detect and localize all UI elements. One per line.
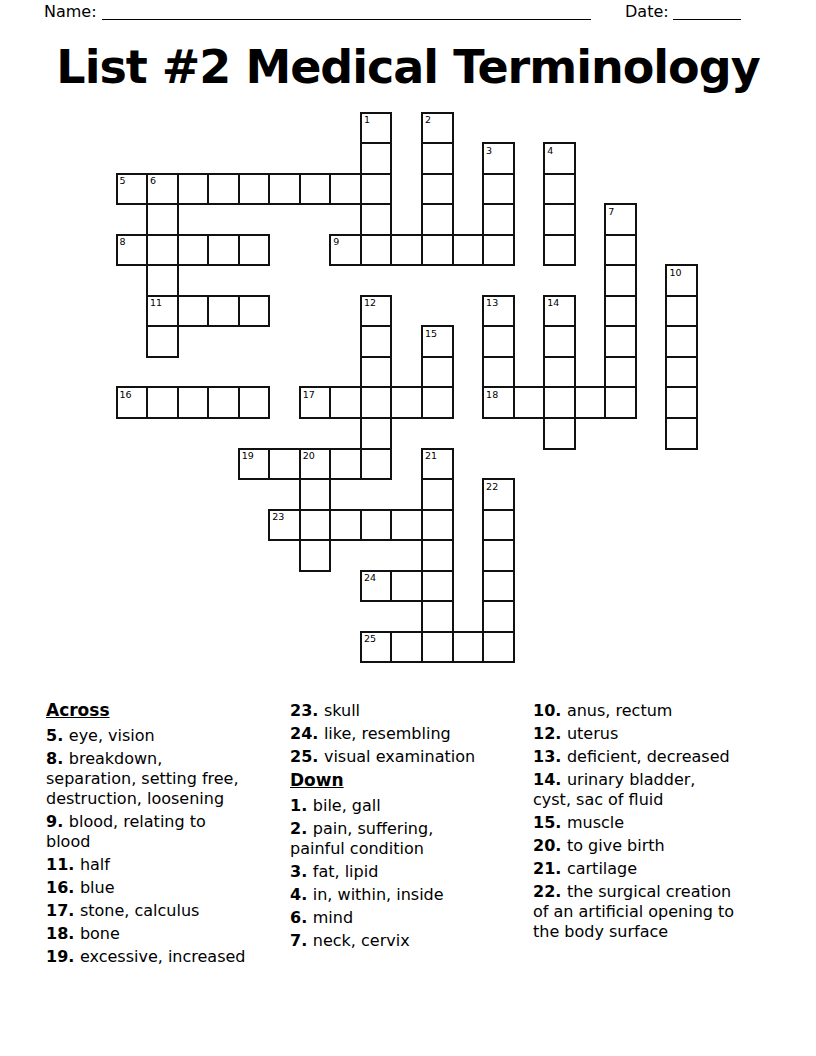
clue-across-19: 19. excessive, increased	[46, 947, 246, 967]
grid-cell-r17c12[interactable]	[482, 631, 515, 664]
clue-line: 11. half	[46, 855, 246, 875]
grid-cell-r9c6[interactable]: 17	[299, 386, 332, 419]
cell-number-14: 14	[547, 297, 559, 308]
clue-number: 3.	[290, 862, 313, 881]
clue-number: 24.	[290, 724, 324, 743]
clue-line: the body surface	[533, 922, 734, 942]
clue-number: 13.	[533, 747, 567, 766]
grid-cell-r11c6[interactable]: 20	[299, 448, 332, 481]
clue-line: 1. bile, gall	[290, 796, 475, 816]
clue-line: 7. neck, cervix	[290, 931, 475, 951]
clue-number: 17.	[46, 901, 80, 920]
clue-down-14: 14. urinary bladder,cyst, sac of fluid	[533, 770, 734, 810]
clue-across-17: 17. stone, calculus	[46, 901, 246, 921]
clue-column-1: Across5. eye, vision8. breakdown,separat…	[46, 700, 246, 970]
clue-number: 1.	[290, 796, 313, 815]
clue-number: 25.	[290, 747, 324, 766]
cell-number-10: 10	[669, 267, 681, 278]
grid-cell-r1c8[interactable]	[360, 142, 393, 175]
grid-cell-r9c1[interactable]	[146, 386, 179, 419]
clue-number: 10.	[533, 701, 567, 720]
cell-number-1: 1	[364, 114, 370, 125]
grid-cell-r15c10[interactable]	[421, 570, 454, 603]
clue-across-24: 24. like, resembling	[290, 724, 475, 744]
grid-cell-r6c16[interactable]	[604, 295, 637, 328]
grid-cell-r3c1[interactable]	[146, 203, 179, 236]
clue-number: 21.	[533, 859, 567, 878]
grid-cell-r2c10[interactable]	[421, 173, 454, 206]
grid-cell-r13c10[interactable]	[421, 509, 454, 542]
clue-across-16: 16. blue	[46, 878, 246, 898]
grid-cell-r6c4[interactable]	[238, 295, 271, 328]
cell-number-3: 3	[486, 145, 492, 156]
grid-cell-r8c16[interactable]	[604, 356, 637, 389]
clue-number: 16.	[46, 878, 80, 897]
grid-cell-r7c12[interactable]	[482, 325, 515, 358]
clue-number: 11.	[46, 855, 80, 874]
grid-cell-r0c10[interactable]: 2	[421, 112, 454, 145]
grid-cell-r4c0[interactable]: 8	[116, 234, 149, 267]
clue-line: 20. to give birth	[533, 836, 734, 856]
grid-cell-r6c8[interactable]: 12	[360, 295, 393, 328]
cell-number-22: 22	[486, 481, 498, 492]
down-header: Down	[290, 770, 475, 790]
cell-number-9: 9	[333, 236, 339, 247]
grid-cell-r4c14[interactable]	[543, 234, 576, 267]
clue-line: separation, setting free,	[46, 769, 246, 789]
grid-cell-r5c18[interactable]: 10	[665, 264, 698, 297]
cell-number-23: 23	[272, 511, 284, 522]
grid-cell-r9c12[interactable]: 18	[482, 386, 515, 419]
clue-line: cyst, sac of fluid	[533, 790, 734, 810]
clue-across-9: 9. blood, relating toblood	[46, 812, 246, 852]
grid-cell-r12c12[interactable]: 22	[482, 478, 515, 511]
date-label: Date:	[625, 2, 669, 21]
cell-number-21: 21	[425, 450, 437, 461]
clue-line: 25. visual examination	[290, 747, 475, 767]
grid-cell-r9c15[interactable]	[574, 386, 607, 419]
clue-line: 19. excessive, increased	[46, 947, 246, 967]
grid-cell-r9c7[interactable]	[329, 386, 362, 419]
clue-line: 15. muscle	[533, 813, 734, 833]
grid-cell-r2c0[interactable]: 5	[116, 173, 149, 206]
grid-cell-r17c8[interactable]: 25	[360, 631, 393, 664]
clue-line: 24. like, resembling	[290, 724, 475, 744]
grid-cell-r3c8[interactable]	[360, 203, 393, 236]
grid-cell-r5c16[interactable]	[604, 264, 637, 297]
clue-down-21: 21. cartilage	[533, 859, 734, 879]
page-title: List #2 Medical Terminology	[0, 40, 816, 94]
grid-cell-r2c2[interactable]	[177, 173, 210, 206]
cell-number-6: 6	[150, 175, 156, 186]
grid-cell-r10c18[interactable]	[665, 417, 698, 450]
grid-cell-r4c11[interactable]	[452, 234, 485, 267]
clue-across-11: 11. half	[46, 855, 246, 875]
grid-cell-r11c4[interactable]: 19	[238, 448, 271, 481]
cell-number-18: 18	[486, 389, 498, 400]
clue-down-10: 10. anus, rectum	[533, 701, 734, 721]
grid-cell-r9c13[interactable]	[513, 386, 546, 419]
clue-across-18: 18. bone	[46, 924, 246, 944]
grid-cell-r1c14[interactable]: 4	[543, 142, 576, 175]
cell-number-24: 24	[364, 572, 376, 583]
grid-cell-r8c14[interactable]	[543, 356, 576, 389]
grid-cell-r3c12[interactable]	[482, 203, 515, 236]
grid-cell-r2c4[interactable]	[238, 173, 271, 206]
clue-number: 22.	[533, 882, 567, 901]
grid-cell-r7c8[interactable]	[360, 325, 393, 358]
clue-line: 4. in, within, inside	[290, 885, 475, 905]
grid-cell-r17c10[interactable]	[421, 631, 454, 664]
grid-cell-r4c10[interactable]	[421, 234, 454, 267]
clue-number: 19.	[46, 947, 80, 966]
clue-number: 5.	[46, 726, 69, 745]
grid-cell-r15c9[interactable]	[390, 570, 423, 603]
grid-cell-r8c18[interactable]	[665, 356, 698, 389]
grid-cell-r17c11[interactable]	[452, 631, 485, 664]
cell-number-19: 19	[242, 450, 254, 461]
grid-cell-r8c8[interactable]	[360, 356, 393, 389]
cell-number-16: 16	[120, 389, 132, 400]
clue-line: 9. blood, relating to	[46, 812, 246, 832]
grid-cell-r2c5[interactable]	[268, 173, 301, 206]
clue-line: 17. stone, calculus	[46, 901, 246, 921]
cell-number-25: 25	[364, 633, 376, 644]
clue-number: 12.	[533, 724, 567, 743]
clue-down-15: 15. muscle	[533, 813, 734, 833]
clue-number: 2.	[290, 819, 313, 838]
clue-down-4: 4. in, within, inside	[290, 885, 475, 905]
grid-cell-r4c7[interactable]: 9	[329, 234, 362, 267]
clue-line: 22. the surgical creation	[533, 882, 734, 902]
grid-cell-r4c3[interactable]	[207, 234, 240, 267]
grid-cell-r8c10[interactable]	[421, 356, 454, 389]
grid-cell-r1c10[interactable]	[421, 142, 454, 175]
grid-cell-r10c14[interactable]	[543, 417, 576, 450]
cell-number-12: 12	[364, 297, 376, 308]
grid-cell-r11c8[interactable]	[360, 448, 393, 481]
grid-cell-r13c12[interactable]	[482, 509, 515, 542]
cell-number-15: 15	[425, 328, 437, 339]
clue-line: 2. pain, suffering,	[290, 819, 475, 839]
grid-cell-r2c1[interactable]: 6	[146, 173, 179, 206]
grid-cell-r9c9[interactable]	[390, 386, 423, 419]
clue-number: 8.	[46, 749, 69, 768]
grid-cell-r0c8[interactable]: 1	[360, 112, 393, 145]
grid-cell-r13c9[interactable]	[390, 509, 423, 542]
grid-cell-r9c8[interactable]	[360, 386, 393, 419]
clue-line: 3. fat, lipid	[290, 862, 475, 882]
clue-column-3: 10. anus, rectum12. uterus13. deficient,…	[533, 701, 734, 945]
cell-number-20: 20	[303, 450, 315, 461]
grid-cell-r16c12[interactable]	[482, 600, 515, 633]
clue-line: 6. mind	[290, 908, 475, 928]
grid-cell-r11c10[interactable]: 21	[421, 448, 454, 481]
clue-line: destruction, loosening	[46, 789, 246, 809]
clue-number: 15.	[533, 813, 567, 832]
clue-down-1: 1. bile, gall	[290, 796, 475, 816]
clue-line: 23. skull	[290, 701, 475, 721]
name-label: Name:	[44, 2, 97, 21]
grid-cell-r14c10[interactable]	[421, 539, 454, 572]
cell-number-4: 4	[547, 145, 553, 156]
clue-line: 10. anus, rectum	[533, 701, 734, 721]
clue-column-2: 23. skull24. like, resembling25. visual …	[290, 701, 475, 954]
clue-line: 21. cartilage	[533, 859, 734, 879]
grid-cell-r13c8[interactable]	[360, 509, 393, 542]
clue-down-13: 13. deficient, decreased	[533, 747, 734, 767]
grid-cell-r9c4[interactable]	[238, 386, 271, 419]
grid-cell-r9c14[interactable]	[543, 386, 576, 419]
grid-cell-r4c9[interactable]	[390, 234, 423, 267]
clue-number: 7.	[290, 931, 313, 950]
grid-cell-r3c10[interactable]	[421, 203, 454, 236]
grid-cell-r6c2[interactable]	[177, 295, 210, 328]
grid-cell-r4c12[interactable]	[482, 234, 515, 267]
grid-cell-r2c6[interactable]	[299, 173, 332, 206]
grid-cell-r2c8[interactable]	[360, 173, 393, 206]
clue-number: 4.	[290, 885, 313, 904]
clue-line: 5. eye, vision	[46, 726, 246, 746]
clue-down-20: 20. to give birth	[533, 836, 734, 856]
clue-number: 23.	[290, 701, 324, 720]
grid-cell-r1c12[interactable]: 3	[482, 142, 515, 175]
clue-line: 8. breakdown,	[46, 749, 246, 769]
clue-number: 9.	[46, 812, 69, 831]
clue-number: 14.	[533, 770, 567, 789]
grid-cell-r7c16[interactable]	[604, 325, 637, 358]
grid-cell-r4c16[interactable]	[604, 234, 637, 267]
cell-number-8: 8	[120, 236, 126, 247]
clue-number: 18.	[46, 924, 80, 943]
grid-cell-r3c14[interactable]	[543, 203, 576, 236]
grid-cell-r5c1[interactable]	[146, 264, 179, 297]
grid-cell-r14c12[interactable]	[482, 539, 515, 572]
grid-cell-r7c1[interactable]	[146, 325, 179, 358]
cell-number-2: 2	[425, 114, 431, 125]
grid-cell-r11c5[interactable]	[268, 448, 301, 481]
grid-cell-r9c18[interactable]	[665, 386, 698, 419]
cell-number-11: 11	[150, 297, 162, 308]
cell-number-17: 17	[303, 389, 315, 400]
clue-down-7: 7. neck, cervix	[290, 931, 475, 951]
grid-cell-r13c5[interactable]: 23	[268, 509, 301, 542]
clue-across-5: 5. eye, vision	[46, 726, 246, 746]
grid-cell-r13c6[interactable]	[299, 509, 332, 542]
grid-cell-r6c12[interactable]: 13	[482, 295, 515, 328]
grid-cell-r9c10[interactable]	[421, 386, 454, 419]
clue-number: 20.	[533, 836, 567, 855]
cell-number-7: 7	[608, 206, 614, 217]
grid-cell-r3c16[interactable]: 7	[604, 203, 637, 236]
grid-cell-r9c3[interactable]	[207, 386, 240, 419]
clue-down-2: 2. pain, suffering,painful condition	[290, 819, 475, 859]
grid-cell-r17c9[interactable]	[390, 631, 423, 664]
grid-cell-r8c12[interactable]	[482, 356, 515, 389]
grid-cell-r9c0[interactable]: 16	[116, 386, 149, 419]
clue-down-22: 22. the surgical creationof an artificia…	[533, 882, 734, 942]
grid-cell-r13c7[interactable]	[329, 509, 362, 542]
clue-down-6: 6. mind	[290, 908, 475, 928]
grid-cell-r15c8[interactable]: 24	[360, 570, 393, 603]
grid-cell-r9c16[interactable]	[604, 386, 637, 419]
grid-cell-r15c12[interactable]	[482, 570, 515, 603]
across-header: Across	[46, 700, 246, 720]
clue-number: 6.	[290, 908, 313, 927]
grid-cell-r2c3[interactable]	[207, 173, 240, 206]
clue-line: of an artificial opening to	[533, 902, 734, 922]
clue-down-12: 12. uterus	[533, 724, 734, 744]
clue-line: 16. blue	[46, 878, 246, 898]
cell-number-13: 13	[486, 297, 498, 308]
grid-cell-r2c12[interactable]	[482, 173, 515, 206]
grid-cell-r12c10[interactable]	[421, 478, 454, 511]
cell-number-5: 5	[120, 175, 126, 186]
grid-cell-r16c10[interactable]	[421, 600, 454, 633]
grid-cell-r4c2[interactable]	[177, 234, 210, 267]
grid-cell-r4c4[interactable]	[238, 234, 271, 267]
clue-line: 14. urinary bladder,	[533, 770, 734, 790]
grid-cell-r7c10[interactable]: 15	[421, 325, 454, 358]
grid-cell-r11c7[interactable]	[329, 448, 362, 481]
clue-across-25: 25. visual examination	[290, 747, 475, 767]
grid-cell-r9c2[interactable]	[177, 386, 210, 419]
grid-cell-r6c3[interactable]	[207, 295, 240, 328]
clue-line: 13. deficient, decreased	[533, 747, 734, 767]
clue-across-8: 8. breakdown,separation, setting free,de…	[46, 749, 246, 809]
clue-line: painful condition	[290, 839, 475, 859]
grid-cell-r14c6[interactable]	[299, 539, 332, 572]
grid-cell-r12c6[interactable]	[299, 478, 332, 511]
clue-down-3: 3. fat, lipid	[290, 862, 475, 882]
grid-cell-r6c14[interactable]: 14	[543, 295, 576, 328]
clue-across-23: 23. skull	[290, 701, 475, 721]
grid-cell-r10c8[interactable]	[360, 417, 393, 450]
name-blank-line[interactable]	[102, 3, 591, 20]
grid-cell-r7c14[interactable]	[543, 325, 576, 358]
grid-cell-r6c18[interactable]	[665, 295, 698, 328]
grid-cell-r7c18[interactable]	[665, 325, 698, 358]
clue-line: 18. bone	[46, 924, 246, 944]
worksheet-page: Name: Date: List #2 Medical Terminology …	[0, 0, 816, 1056]
grid-cell-r2c7[interactable]	[329, 173, 362, 206]
clue-line: 12. uterus	[533, 724, 734, 744]
grid-cell-r4c8[interactable]	[360, 234, 393, 267]
date-blank-line[interactable]	[673, 3, 741, 20]
grid-cell-r2c14[interactable]	[543, 173, 576, 206]
grid-cell-r6c1[interactable]: 11	[146, 295, 179, 328]
clue-line: blood	[46, 832, 246, 852]
grid-cell-r4c1[interactable]	[146, 234, 179, 267]
